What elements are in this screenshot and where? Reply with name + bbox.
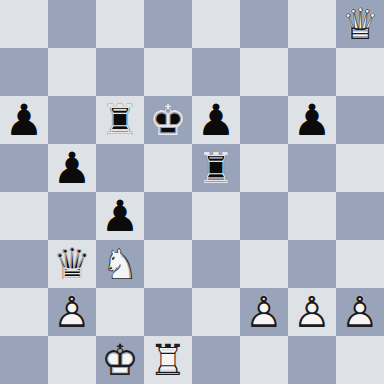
square-g6[interactable]: ♟ (288, 96, 336, 144)
square-e5[interactable]: ♜♖ (192, 144, 240, 192)
piece-white-queen[interactable]: ♛♕ (336, 0, 384, 48)
square-h3[interactable] (336, 240, 384, 288)
square-a6[interactable]: ♟ (0, 96, 48, 144)
piece-black-pawn[interactable]: ♟ (96, 192, 144, 240)
square-e6[interactable]: ♟ (192, 96, 240, 144)
white-knight-outline-icon: ♘ (96, 240, 144, 288)
square-a4[interactable] (0, 192, 48, 240)
piece-white-knight[interactable]: ♞♘ (96, 240, 144, 288)
square-h7[interactable] (336, 48, 384, 96)
square-f8[interactable] (240, 0, 288, 48)
square-d7[interactable] (144, 48, 192, 96)
black-pawn-fill-icon: ♟ (0, 96, 48, 144)
square-h4[interactable] (336, 192, 384, 240)
square-h2[interactable]: ♟♙ (336, 288, 384, 336)
white-rook-outline-icon: ♖ (144, 336, 192, 384)
square-g8[interactable] (288, 0, 336, 48)
piece-black-queen[interactable]: ♛♕ (48, 240, 96, 288)
square-d3[interactable] (144, 240, 192, 288)
square-c1[interactable]: ♚♔ (96, 336, 144, 384)
square-d8[interactable] (144, 0, 192, 48)
black-queen-outline-icon: ♕ (48, 240, 96, 288)
piece-black-rook[interactable]: ♜♖ (192, 144, 240, 192)
black-rook-outline-icon: ♖ (96, 96, 144, 144)
square-b3[interactable]: ♛♕ (48, 240, 96, 288)
white-king-outline-icon: ♔ (96, 336, 144, 384)
square-c6[interactable]: ♜♖ (96, 96, 144, 144)
square-e2[interactable] (192, 288, 240, 336)
square-b6[interactable] (48, 96, 96, 144)
square-d4[interactable] (144, 192, 192, 240)
square-e1[interactable] (192, 336, 240, 384)
piece-white-king[interactable]: ♚♔ (96, 336, 144, 384)
piece-black-rook[interactable]: ♜♖ (96, 96, 144, 144)
black-king-outline-icon: ♔ (144, 96, 192, 144)
piece-black-king[interactable]: ♚♔ (144, 96, 192, 144)
white-pawn-outline-icon: ♙ (240, 288, 288, 336)
square-e4[interactable] (192, 192, 240, 240)
square-g7[interactable] (288, 48, 336, 96)
piece-black-pawn[interactable]: ♟ (0, 96, 48, 144)
square-b5[interactable]: ♟ (48, 144, 96, 192)
square-a3[interactable] (0, 240, 48, 288)
square-a5[interactable] (0, 144, 48, 192)
square-f1[interactable] (240, 336, 288, 384)
square-c5[interactable] (96, 144, 144, 192)
square-f2[interactable]: ♟♙ (240, 288, 288, 336)
chess-board: ♛♕♟♜♖♚♔♟♟♟♜♖♟♛♕♞♘♟♙♟♙♟♙♟♙♚♔♜♖ (0, 0, 384, 384)
white-pawn-outline-icon: ♙ (288, 288, 336, 336)
square-d5[interactable] (144, 144, 192, 192)
square-d2[interactable] (144, 288, 192, 336)
square-g4[interactable] (288, 192, 336, 240)
square-h8[interactable]: ♛♕ (336, 0, 384, 48)
square-f6[interactable] (240, 96, 288, 144)
square-c2[interactable] (96, 288, 144, 336)
square-g5[interactable] (288, 144, 336, 192)
white-queen-outline-icon: ♕ (336, 0, 384, 48)
white-pawn-outline-icon: ♙ (336, 288, 384, 336)
square-e8[interactable] (192, 0, 240, 48)
piece-black-pawn[interactable]: ♟ (192, 96, 240, 144)
square-g2[interactable]: ♟♙ (288, 288, 336, 336)
black-pawn-fill-icon: ♟ (288, 96, 336, 144)
piece-black-pawn[interactable]: ♟ (288, 96, 336, 144)
square-b2[interactable]: ♟♙ (48, 288, 96, 336)
white-pawn-outline-icon: ♙ (48, 288, 96, 336)
piece-white-pawn[interactable]: ♟♙ (240, 288, 288, 336)
square-d6[interactable]: ♚♔ (144, 96, 192, 144)
square-c7[interactable] (96, 48, 144, 96)
square-h5[interactable] (336, 144, 384, 192)
piece-white-rook[interactable]: ♜♖ (144, 336, 192, 384)
square-a2[interactable] (0, 288, 48, 336)
piece-black-pawn[interactable]: ♟ (48, 144, 96, 192)
piece-white-pawn[interactable]: ♟♙ (336, 288, 384, 336)
square-b4[interactable] (48, 192, 96, 240)
square-g3[interactable] (288, 240, 336, 288)
square-g1[interactable] (288, 336, 336, 384)
black-rook-outline-icon: ♖ (192, 144, 240, 192)
square-b8[interactable] (48, 0, 96, 48)
piece-white-pawn[interactable]: ♟♙ (288, 288, 336, 336)
square-c4[interactable]: ♟ (96, 192, 144, 240)
black-pawn-fill-icon: ♟ (48, 144, 96, 192)
square-h6[interactable] (336, 96, 384, 144)
square-a8[interactable] (0, 0, 48, 48)
square-a1[interactable] (0, 336, 48, 384)
square-a7[interactable] (0, 48, 48, 96)
square-c8[interactable] (96, 0, 144, 48)
square-h1[interactable] (336, 336, 384, 384)
square-e7[interactable] (192, 48, 240, 96)
square-d1[interactable]: ♜♖ (144, 336, 192, 384)
piece-white-pawn[interactable]: ♟♙ (48, 288, 96, 336)
square-f7[interactable] (240, 48, 288, 96)
square-b1[interactable] (48, 336, 96, 384)
square-f3[interactable] (240, 240, 288, 288)
square-f4[interactable] (240, 192, 288, 240)
black-pawn-fill-icon: ♟ (96, 192, 144, 240)
square-f5[interactable] (240, 144, 288, 192)
square-c3[interactable]: ♞♘ (96, 240, 144, 288)
square-b7[interactable] (48, 48, 96, 96)
black-pawn-fill-icon: ♟ (192, 96, 240, 144)
square-e3[interactable] (192, 240, 240, 288)
